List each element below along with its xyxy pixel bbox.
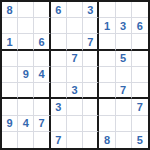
cell-r4c8[interactable]: 5 [116, 51, 132, 67]
cell-r4c7[interactable] [99, 51, 115, 67]
cell-r7c6[interactable] [83, 99, 99, 115]
cell-r1c7[interactable] [99, 2, 115, 18]
cell-r9c8[interactable] [116, 132, 132, 148]
cell-r4c3[interactable] [34, 51, 50, 67]
cell-r6c5[interactable]: 3 [67, 83, 83, 99]
cell-r9c2[interactable] [18, 132, 34, 148]
cell-r8c4[interactable] [51, 116, 67, 132]
cell-r4c9[interactable] [132, 51, 148, 67]
cell-r1c8[interactable] [116, 2, 132, 18]
cell-r7c4[interactable]: 3 [51, 99, 67, 115]
cell-r5c6[interactable] [83, 67, 99, 83]
cell-r7c3[interactable] [34, 99, 50, 115]
cell-r8c3[interactable]: 7 [34, 116, 50, 132]
cell-r3c2[interactable] [18, 34, 34, 50]
cell-r3c1[interactable]: 1 [2, 34, 18, 50]
cell-r8c2[interactable]: 4 [18, 116, 34, 132]
cell-r6c1[interactable] [2, 83, 18, 99]
cell-r9c1[interactable] [2, 132, 18, 148]
cell-r6c6[interactable] [83, 83, 99, 99]
cell-r3c7[interactable] [99, 34, 115, 50]
cell-r4c6[interactable] [83, 51, 99, 67]
cell-r2c4[interactable] [51, 18, 67, 34]
cell-r5c1[interactable] [2, 67, 18, 83]
sudoku-board: 86313616775943737947785 [0, 0, 150, 150]
cell-r9c7[interactable]: 8 [99, 132, 115, 148]
cell-r2c1[interactable] [2, 18, 18, 34]
cell-r8c5[interactable] [67, 116, 83, 132]
cell-r7c2[interactable] [18, 99, 34, 115]
cell-r8c7[interactable] [99, 116, 115, 132]
cell-r1c1[interactable]: 8 [2, 2, 18, 18]
cell-r5c5[interactable] [67, 67, 83, 83]
cell-r1c4[interactable]: 6 [51, 2, 67, 18]
cell-r4c1[interactable] [2, 51, 18, 67]
cell-r6c7[interactable] [99, 83, 115, 99]
cell-r4c5[interactable]: 7 [67, 51, 83, 67]
cell-r8c8[interactable] [116, 116, 132, 132]
cell-r3c6[interactable]: 7 [83, 34, 99, 50]
cell-r6c3[interactable] [34, 83, 50, 99]
cell-r9c4[interactable]: 7 [51, 132, 67, 148]
cell-r2c3[interactable] [34, 18, 50, 34]
cell-r2c7[interactable]: 1 [99, 18, 115, 34]
cell-r7c1[interactable] [2, 99, 18, 115]
cell-r7c8[interactable] [116, 99, 132, 115]
cell-r6c8[interactable]: 7 [116, 83, 132, 99]
cell-r6c4[interactable] [51, 83, 67, 99]
cell-r4c2[interactable] [18, 51, 34, 67]
cell-r8c9[interactable] [132, 116, 148, 132]
cell-r6c2[interactable] [18, 83, 34, 99]
cell-r9c6[interactable] [83, 132, 99, 148]
cell-r5c9[interactable] [132, 67, 148, 83]
cell-r2c6[interactable] [83, 18, 99, 34]
cell-r5c4[interactable] [51, 67, 67, 83]
cell-r8c6[interactable] [83, 116, 99, 132]
cell-r9c5[interactable] [67, 132, 83, 148]
cell-r7c5[interactable] [67, 99, 83, 115]
cell-r3c9[interactable] [132, 34, 148, 50]
cell-r6c9[interactable] [132, 83, 148, 99]
cell-r1c2[interactable] [18, 2, 34, 18]
cell-r5c3[interactable]: 4 [34, 67, 50, 83]
cell-r4c4[interactable] [51, 51, 67, 67]
cell-r1c6[interactable]: 3 [83, 2, 99, 18]
cell-r7c7[interactable] [99, 99, 115, 115]
cell-r3c3[interactable]: 6 [34, 34, 50, 50]
cell-r9c9[interactable]: 5 [132, 132, 148, 148]
cell-r1c9[interactable] [132, 2, 148, 18]
cell-r5c7[interactable] [99, 67, 115, 83]
cell-r1c3[interactable] [34, 2, 50, 18]
cell-r7c9[interactable]: 7 [132, 99, 148, 115]
cell-r2c5[interactable] [67, 18, 83, 34]
cell-r2c9[interactable]: 6 [132, 18, 148, 34]
cell-r5c2[interactable]: 9 [18, 67, 34, 83]
cell-r2c2[interactable] [18, 18, 34, 34]
cell-r9c3[interactable] [34, 132, 50, 148]
cell-r3c8[interactable] [116, 34, 132, 50]
cell-r3c4[interactable] [51, 34, 67, 50]
cell-r2c8[interactable]: 3 [116, 18, 132, 34]
cell-r5c8[interactable] [116, 67, 132, 83]
cell-r8c1[interactable]: 9 [2, 116, 18, 132]
cell-r3c5[interactable] [67, 34, 83, 50]
cell-r1c5[interactable] [67, 2, 83, 18]
